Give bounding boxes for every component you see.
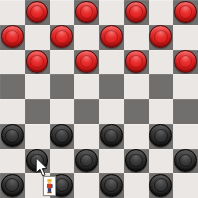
square-e8[interactable]: [99, 0, 124, 25]
red-checker-piece[interactable]: [26, 1, 49, 24]
square-d5[interactable]: [74, 74, 99, 99]
square-e6[interactable]: [99, 50, 124, 75]
square-g6[interactable]: [149, 50, 174, 75]
square-f6[interactable]: [124, 50, 149, 75]
square-a7[interactable]: [0, 25, 25, 50]
black-checker-piece[interactable]: [100, 174, 123, 197]
square-c5[interactable]: [50, 74, 75, 99]
square-f7[interactable]: [124, 25, 149, 50]
square-f8[interactable]: [124, 0, 149, 25]
red-checker-piece[interactable]: [50, 25, 73, 48]
black-checker-piece[interactable]: [149, 174, 172, 197]
red-checker-piece[interactable]: [75, 1, 98, 24]
square-a5[interactable]: [0, 74, 25, 99]
square-f1[interactable]: [124, 173, 149, 198]
square-e4[interactable]: [99, 99, 124, 124]
square-c8[interactable]: [50, 0, 75, 25]
square-b2[interactable]: [25, 149, 50, 174]
square-g3[interactable]: [149, 124, 174, 149]
square-d6[interactable]: [74, 50, 99, 75]
square-h6[interactable]: [173, 50, 198, 75]
square-b5[interactable]: [25, 74, 50, 99]
black-checker-piece[interactable]: [125, 149, 148, 172]
black-checker-piece[interactable]: [75, 149, 98, 172]
square-e2[interactable]: [99, 149, 124, 174]
square-d1[interactable]: [74, 173, 99, 198]
square-a4[interactable]: [0, 99, 25, 124]
square-d2[interactable]: [74, 149, 99, 174]
square-d7[interactable]: [74, 25, 99, 50]
red-checker-piece[interactable]: [125, 50, 148, 73]
square-h1[interactable]: [173, 173, 198, 198]
square-g1[interactable]: [149, 173, 174, 198]
red-checker-piece[interactable]: [75, 50, 98, 73]
black-checker-piece[interactable]: [149, 124, 172, 147]
square-c7[interactable]: [50, 25, 75, 50]
square-d4[interactable]: [74, 99, 99, 124]
drag-image-placeholder-icon: [43, 176, 56, 196]
checkers-board: [0, 0, 198, 198]
red-checker-piece[interactable]: [1, 25, 24, 48]
black-checker-piece[interactable]: [100, 124, 123, 147]
black-checker-piece[interactable]: [26, 149, 49, 172]
square-e5[interactable]: [99, 74, 124, 99]
square-c2[interactable]: [50, 149, 75, 174]
red-checker-piece[interactable]: [26, 50, 49, 73]
square-g4[interactable]: [149, 99, 174, 124]
square-c4[interactable]: [50, 99, 75, 124]
square-g8[interactable]: [149, 0, 174, 25]
square-g5[interactable]: [149, 74, 174, 99]
square-b8[interactable]: [25, 0, 50, 25]
square-b6[interactable]: [25, 50, 50, 75]
square-h7[interactable]: [173, 25, 198, 50]
black-checker-piece[interactable]: [50, 124, 73, 147]
square-h5[interactable]: [173, 74, 198, 99]
square-d3[interactable]: [74, 124, 99, 149]
square-b4[interactable]: [25, 99, 50, 124]
black-checker-piece[interactable]: [1, 124, 24, 147]
square-a3[interactable]: [0, 124, 25, 149]
red-checker-piece[interactable]: [125, 1, 148, 24]
square-b3[interactable]: [25, 124, 50, 149]
square-a1[interactable]: [0, 173, 25, 198]
square-d8[interactable]: [74, 0, 99, 25]
square-f5[interactable]: [124, 74, 149, 99]
black-checker-piece[interactable]: [174, 149, 197, 172]
square-h4[interactable]: [173, 99, 198, 124]
square-g7[interactable]: [149, 25, 174, 50]
square-a6[interactable]: [0, 50, 25, 75]
red-checker-piece[interactable]: [100, 25, 123, 48]
square-f2[interactable]: [124, 149, 149, 174]
square-f3[interactable]: [124, 124, 149, 149]
square-e7[interactable]: [99, 25, 124, 50]
square-a8[interactable]: [0, 0, 25, 25]
red-checker-piece[interactable]: [174, 50, 197, 73]
square-e3[interactable]: [99, 124, 124, 149]
square-g2[interactable]: [149, 149, 174, 174]
square-c6[interactable]: [50, 50, 75, 75]
square-b7[interactable]: [25, 25, 50, 50]
black-checker-piece[interactable]: [1, 174, 24, 197]
square-a2[interactable]: [0, 149, 25, 174]
square-h2[interactable]: [173, 149, 198, 174]
red-checker-piece[interactable]: [174, 1, 197, 24]
square-h8[interactable]: [173, 0, 198, 25]
red-checker-piece[interactable]: [149, 25, 172, 48]
square-f4[interactable]: [124, 99, 149, 124]
square-h3[interactable]: [173, 124, 198, 149]
square-e1[interactable]: [99, 173, 124, 198]
square-c3[interactable]: [50, 124, 75, 149]
